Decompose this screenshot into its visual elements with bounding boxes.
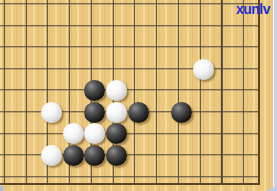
stone-white[interactable]: [41, 145, 62, 166]
stone-white[interactable]: [41, 102, 62, 123]
stone-black[interactable]: [171, 102, 192, 123]
board-screenshot: xunlv: [0, 0, 277, 191]
stone-black[interactable]: [84, 102, 105, 123]
stone-black[interactable]: [84, 145, 105, 166]
stone-black[interactable]: [63, 145, 84, 166]
stone-black[interactable]: [106, 145, 127, 166]
stone-white[interactable]: [193, 59, 214, 80]
stone-black[interactable]: [128, 102, 149, 123]
stone-white[interactable]: [63, 123, 84, 144]
page-background-right-sliver: [273, 0, 277, 191]
stone-black[interactable]: [84, 80, 105, 101]
board-right-edge-line: [258, 0, 260, 185]
stone-white[interactable]: [106, 80, 127, 101]
xunlv-watermark: xunlv: [236, 1, 270, 17]
board-grid[interactable]: [0, 0, 254, 187]
stone-black[interactable]: [106, 123, 127, 144]
page-background-bottom-right-sliver: [265, 185, 277, 191]
stone-white[interactable]: [84, 123, 105, 144]
page-background-bottom-left-sliver: [0, 186, 3, 191]
stone-white[interactable]: [106, 102, 127, 123]
